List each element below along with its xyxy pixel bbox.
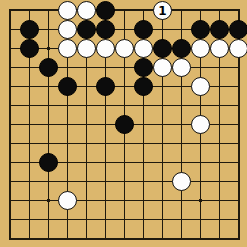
white-stone[interactable] xyxy=(58,39,77,58)
white-stone[interactable] xyxy=(229,39,247,58)
white-stone[interactable] xyxy=(58,191,77,210)
black-stone[interactable] xyxy=(229,20,247,39)
white-stone[interactable] xyxy=(210,39,229,58)
white-stone[interactable] xyxy=(191,115,210,134)
black-stone[interactable] xyxy=(172,39,191,58)
white-stone[interactable] xyxy=(134,39,153,58)
white-stone[interactable] xyxy=(172,58,191,77)
black-stone[interactable] xyxy=(96,20,115,39)
black-stone[interactable] xyxy=(39,153,58,172)
black-stone[interactable] xyxy=(58,77,77,96)
white-stone[interactable]: 1 xyxy=(153,1,172,20)
black-stone[interactable] xyxy=(210,20,229,39)
white-stone[interactable] xyxy=(58,20,77,39)
white-stone[interactable] xyxy=(191,39,210,58)
black-stone[interactable] xyxy=(191,20,210,39)
white-stone[interactable] xyxy=(153,58,172,77)
black-stone[interactable] xyxy=(20,39,39,58)
white-stone[interactable] xyxy=(96,39,115,58)
black-stone[interactable] xyxy=(134,58,153,77)
black-stone[interactable] xyxy=(20,20,39,39)
black-stone[interactable] xyxy=(153,39,172,58)
star-point xyxy=(47,47,50,50)
move-number-label: 1 xyxy=(158,5,166,17)
white-stone[interactable] xyxy=(172,172,191,191)
star-point xyxy=(199,199,202,202)
white-stone[interactable] xyxy=(191,77,210,96)
go-board-diagram: 1 xyxy=(0,0,247,247)
black-stone[interactable] xyxy=(77,20,96,39)
black-stone[interactable] xyxy=(134,20,153,39)
black-stone[interactable] xyxy=(96,77,115,96)
white-stone[interactable] xyxy=(58,1,77,20)
black-stone[interactable] xyxy=(134,77,153,96)
board-intersections[interactable]: 1 xyxy=(1,1,247,247)
black-stone[interactable] xyxy=(96,1,115,20)
white-stone[interactable] xyxy=(77,1,96,20)
star-point xyxy=(47,199,50,202)
black-stone[interactable] xyxy=(39,58,58,77)
white-stone[interactable] xyxy=(77,39,96,58)
black-stone[interactable] xyxy=(115,115,134,134)
white-stone[interactable] xyxy=(115,39,134,58)
